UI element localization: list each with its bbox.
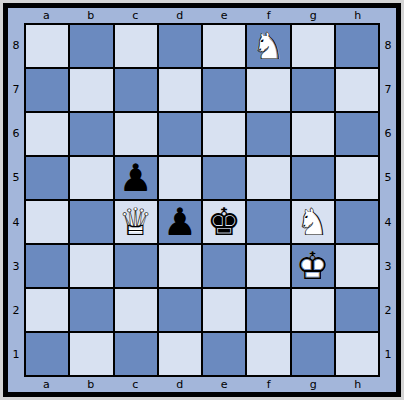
square-h3[interactable] [336, 245, 378, 287]
rank-label-7: 7 [380, 67, 396, 111]
square-g8[interactable] [292, 25, 334, 67]
square-b1[interactable] [70, 333, 112, 375]
file-label-d: d [158, 377, 203, 392]
square-h7[interactable] [336, 69, 378, 111]
white-queen-icon[interactable]: ♛♕ [119, 203, 153, 241]
piece-outline: ♕ [119, 203, 153, 241]
square-f3[interactable] [247, 245, 289, 287]
square-g1[interactable] [292, 333, 334, 375]
square-f5[interactable] [247, 157, 289, 199]
square-a1[interactable] [26, 333, 68, 375]
board-frame: abcdefgh 87654321 ♞♘♟♛♕♟♚♞♘♚♔ 87654321 a… [3, 3, 401, 397]
square-e1[interactable] [203, 333, 245, 375]
square-e6[interactable] [203, 113, 245, 155]
square-a4[interactable] [26, 201, 68, 243]
file-label-c: c [113, 377, 158, 392]
square-b7[interactable] [70, 69, 112, 111]
rank-label-7: 7 [8, 67, 24, 111]
rank-label-1: 1 [8, 333, 24, 377]
square-a5[interactable] [26, 157, 68, 199]
square-d2[interactable] [159, 289, 201, 331]
square-c3[interactable] [115, 245, 157, 287]
square-h8[interactable] [336, 25, 378, 67]
square-a8[interactable] [26, 25, 68, 67]
file-label-d: d [158, 8, 203, 23]
square-b3[interactable] [70, 245, 112, 287]
square-e2[interactable] [203, 289, 245, 331]
square-d3[interactable] [159, 245, 201, 287]
piece-outline: ♘ [296, 203, 330, 241]
square-d7[interactable] [159, 69, 201, 111]
rank-label-8: 8 [380, 23, 396, 67]
file-label-b: b [69, 377, 114, 392]
square-b5[interactable] [70, 157, 112, 199]
file-label-e: e [202, 8, 247, 23]
square-g7[interactable] [292, 69, 334, 111]
square-f8[interactable]: ♞♘ [247, 25, 289, 67]
file-label-a: a [24, 8, 69, 23]
file-label-a: a [24, 377, 69, 392]
file-labels-top: abcdefgh [24, 8, 380, 23]
black-pawn-icon[interactable]: ♟ [163, 203, 197, 241]
square-e5[interactable] [203, 157, 245, 199]
file-label-g: g [291, 8, 336, 23]
square-a7[interactable] [26, 69, 68, 111]
file-labels-bottom: abcdefgh [24, 377, 380, 392]
square-a3[interactable] [26, 245, 68, 287]
square-f7[interactable] [247, 69, 289, 111]
file-label-g: g [291, 377, 336, 392]
piece-glyph: ♚ [207, 203, 241, 241]
board: ♞♘♟♛♕♟♚♞♘♚♔ [24, 23, 380, 377]
square-b6[interactable] [70, 113, 112, 155]
rank-label-1: 1 [380, 333, 396, 377]
square-g4[interactable]: ♞♘ [292, 201, 334, 243]
square-f4[interactable] [247, 201, 289, 243]
square-c4[interactable]: ♛♕ [115, 201, 157, 243]
square-h5[interactable] [336, 157, 378, 199]
square-h1[interactable] [336, 333, 378, 375]
rank-labels-right: 87654321 [380, 23, 396, 377]
white-knight-icon[interactable]: ♞♘ [296, 203, 330, 241]
square-d6[interactable] [159, 113, 201, 155]
square-d4[interactable]: ♟ [159, 201, 201, 243]
rank-label-3: 3 [380, 244, 396, 288]
square-b8[interactable] [70, 25, 112, 67]
square-g3[interactable]: ♚♔ [292, 245, 334, 287]
square-g6[interactable] [292, 113, 334, 155]
square-c7[interactable] [115, 69, 157, 111]
rank-label-2: 2 [380, 289, 396, 333]
file-label-c: c [113, 8, 158, 23]
square-c5[interactable]: ♟ [115, 157, 157, 199]
square-c6[interactable] [115, 113, 157, 155]
file-label-h: h [336, 8, 381, 23]
black-pawn-icon[interactable]: ♟ [119, 159, 153, 197]
rank-label-5: 5 [380, 156, 396, 200]
square-a6[interactable] [26, 113, 68, 155]
square-h6[interactable] [336, 113, 378, 155]
file-label-h: h [336, 377, 381, 392]
file-label-f: f [247, 377, 292, 392]
white-knight-icon[interactable]: ♞♘ [251, 27, 285, 65]
rank-label-4: 4 [380, 200, 396, 244]
square-e8[interactable] [203, 25, 245, 67]
square-f6[interactable] [247, 113, 289, 155]
white-king-icon[interactable]: ♚♔ [296, 247, 330, 285]
rank-label-6: 6 [8, 112, 24, 156]
file-label-b: b [69, 8, 114, 23]
square-f2[interactable] [247, 289, 289, 331]
rank-label-6: 6 [380, 112, 396, 156]
file-label-f: f [247, 8, 292, 23]
chess-diagram: abcdefgh 87654321 ♞♘♟♛♕♟♚♞♘♚♔ 87654321 a… [0, 0, 404, 400]
square-a2[interactable] [26, 289, 68, 331]
square-d8[interactable] [159, 25, 201, 67]
square-h2[interactable] [336, 289, 378, 331]
square-e7[interactable] [203, 69, 245, 111]
rank-label-8: 8 [8, 23, 24, 67]
piece-glyph: ♟ [163, 203, 197, 241]
square-b4[interactable] [70, 201, 112, 243]
piece-glyph: ♟ [119, 159, 153, 197]
square-b2[interactable] [70, 289, 112, 331]
square-d1[interactable] [159, 333, 201, 375]
square-d5[interactable] [159, 157, 201, 199]
file-label-e: e [202, 377, 247, 392]
square-g2[interactable] [292, 289, 334, 331]
rank-label-5: 5 [8, 156, 24, 200]
square-h4[interactable] [336, 201, 378, 243]
rank-label-3: 3 [8, 244, 24, 288]
piece-outline: ♘ [251, 27, 285, 65]
square-g5[interactable] [292, 157, 334, 199]
square-c2[interactable] [115, 289, 157, 331]
piece-outline: ♔ [296, 247, 330, 285]
square-e3[interactable] [203, 245, 245, 287]
rank-label-4: 4 [8, 200, 24, 244]
square-c1[interactable] [115, 333, 157, 375]
black-king-icon[interactable]: ♚ [207, 203, 241, 241]
rank-label-2: 2 [8, 289, 24, 333]
square-c8[interactable] [115, 25, 157, 67]
square-f1[interactable] [247, 333, 289, 375]
square-e4[interactable]: ♚ [203, 201, 245, 243]
rank-labels-left: 87654321 [8, 23, 24, 377]
